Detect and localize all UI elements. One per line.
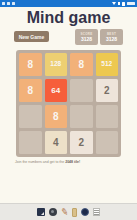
pencil-app-icon[interactable]: ✎ <box>60 207 69 217</box>
tile-64: 64 <box>45 79 68 102</box>
wifi-icon <box>112 2 116 5</box>
board[interactable]: 812885128642842 <box>16 50 121 157</box>
tile-4: 4 <box>45 131 68 154</box>
board-cell-empty <box>70 79 93 102</box>
notification-icon <box>7 2 10 5</box>
tile-2: 2 <box>70 131 93 154</box>
signal-icon <box>118 2 120 5</box>
taskbar-icons: ✎ <box>37 208 101 217</box>
tile-8: 8 <box>45 105 68 128</box>
tile-2: 2 <box>96 79 119 102</box>
tile-8: 8 <box>19 53 42 76</box>
board-cell-empty <box>96 105 119 128</box>
score-boxes: SCORE 3128 BEST 3128 <box>75 29 123 45</box>
notification-icons <box>2 2 15 5</box>
tile-128: 128 <box>45 53 68 76</box>
notes-app-icon[interactable] <box>93 208 100 216</box>
taskbar: ✎ <box>0 203 137 220</box>
browser-app-icon[interactable] <box>49 208 57 216</box>
tile-8: 8 <box>19 79 42 102</box>
new-game-button[interactable]: New Game <box>14 31 49 42</box>
score-value: 3128 <box>81 37 92 42</box>
board-cell-empty <box>19 131 42 154</box>
document-app-icon[interactable] <box>72 208 77 217</box>
notification-icon <box>12 2 15 5</box>
instruction-text-normal: Join the numbers and get to the <box>15 160 65 164</box>
gallery-app-icon[interactable] <box>37 208 45 216</box>
game-app-icon[interactable] <box>81 208 89 216</box>
status-bar <box>0 0 137 7</box>
board-cell-empty <box>19 105 42 128</box>
clock-icon <box>127 2 135 5</box>
best-box: BEST 3128 <box>100 29 123 45</box>
notification-icon <box>2 2 5 5</box>
tile-512: 512 <box>96 53 119 76</box>
controls-row: New Game SCORE 3128 BEST 3128 <box>0 27 137 45</box>
best-value: 3128 <box>106 37 117 42</box>
page-title: Mind game <box>0 9 137 27</box>
score-box: SCORE 3128 <box>75 29 98 45</box>
instruction-text: Join the numbers and get to the 2048 til… <box>15 160 137 164</box>
board-cell-empty <box>96 131 119 154</box>
battery-icon <box>122 2 125 6</box>
status-icons <box>112 2 135 6</box>
board-cell-empty <box>70 105 93 128</box>
instruction-text-bold: 2048 tile! <box>65 160 80 164</box>
tile-8: 8 <box>70 53 93 76</box>
